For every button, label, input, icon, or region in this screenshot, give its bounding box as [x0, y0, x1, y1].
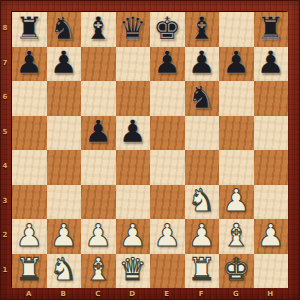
square-e1[interactable] — [150, 254, 185, 289]
square-g6[interactable] — [219, 81, 254, 116]
rank-label-2: 2 — [0, 218, 10, 253]
rank-label-6: 6 — [0, 80, 10, 115]
square-e5[interactable] — [150, 116, 185, 151]
chess-board-frame: ♜♞♝♛♚♝♜♟♟♟♟♟♟♞♟♟♞♟♟♟♟♟♟♟♝♟♜♞♝♛♜♚ 8765432… — [0, 0, 300, 300]
square-g4[interactable] — [219, 150, 254, 185]
piece-white-king: ♚ — [219, 254, 254, 289]
square-g5[interactable] — [219, 116, 254, 151]
piece-black-pawn: ♟ — [12, 47, 47, 82]
file-label-b: B — [46, 288, 81, 300]
file-label-c: C — [81, 288, 116, 300]
rank-label-8: 8 — [0, 11, 10, 46]
square-c3[interactable] — [81, 185, 116, 220]
square-e3[interactable] — [150, 185, 185, 220]
square-a1[interactable]: ♜ — [12, 254, 47, 289]
piece-white-pawn: ♟ — [81, 219, 116, 254]
square-d5[interactable]: ♟ — [116, 116, 151, 151]
square-f1[interactable]: ♜ — [185, 254, 220, 289]
rank-label-3: 3 — [0, 184, 10, 219]
square-a8[interactable]: ♜ — [12, 12, 47, 47]
rank-label-7: 7 — [0, 46, 10, 81]
square-d1[interactable]: ♛ — [116, 254, 151, 289]
square-h3[interactable] — [254, 185, 289, 220]
square-d3[interactable] — [116, 185, 151, 220]
square-d8[interactable]: ♛ — [116, 12, 151, 47]
piece-white-pawn: ♟ — [12, 219, 47, 254]
piece-black-knight: ♞ — [185, 81, 220, 116]
square-e6[interactable] — [150, 81, 185, 116]
file-label-d: D — [115, 288, 150, 300]
square-d2[interactable]: ♟ — [116, 219, 151, 254]
file-label-e: E — [150, 288, 185, 300]
square-f8[interactable]: ♝ — [185, 12, 220, 47]
square-c8[interactable]: ♝ — [81, 12, 116, 47]
piece-black-rook: ♜ — [12, 12, 47, 47]
piece-black-bishop: ♝ — [81, 12, 116, 47]
square-h7[interactable]: ♟ — [254, 47, 289, 82]
rank-label-4: 4 — [0, 149, 10, 184]
square-a5[interactable] — [12, 116, 47, 151]
rank-label-5: 5 — [0, 115, 10, 150]
piece-white-queen: ♛ — [116, 254, 151, 289]
square-a4[interactable] — [12, 150, 47, 185]
square-g1[interactable]: ♚ — [219, 254, 254, 289]
square-e8[interactable]: ♚ — [150, 12, 185, 47]
square-d7[interactable] — [116, 47, 151, 82]
square-c6[interactable] — [81, 81, 116, 116]
square-d4[interactable] — [116, 150, 151, 185]
piece-black-pawn: ♟ — [47, 47, 82, 82]
square-h2[interactable]: ♟ — [254, 219, 289, 254]
piece-black-queen: ♛ — [116, 12, 151, 47]
piece-white-knight: ♞ — [47, 254, 82, 289]
square-b2[interactable]: ♟ — [47, 219, 82, 254]
square-f2[interactable]: ♟ — [185, 219, 220, 254]
file-label-a: A — [12, 288, 47, 300]
square-b1[interactable]: ♞ — [47, 254, 82, 289]
square-f5[interactable] — [185, 116, 220, 151]
rank-label-1: 1 — [0, 253, 10, 288]
chess-board: ♜♞♝♛♚♝♜♟♟♟♟♟♟♞♟♟♞♟♟♟♟♟♟♟♝♟♜♞♝♛♜♚ — [11, 11, 287, 287]
piece-white-knight: ♞ — [185, 185, 220, 220]
piece-white-pawn: ♟ — [185, 219, 220, 254]
piece-white-bishop: ♝ — [81, 254, 116, 289]
piece-black-pawn: ♟ — [150, 47, 185, 82]
piece-black-knight: ♞ — [47, 12, 82, 47]
piece-black-pawn: ♟ — [254, 47, 289, 82]
square-a3[interactable] — [12, 185, 47, 220]
square-h1[interactable] — [254, 254, 289, 289]
piece-white-rook: ♜ — [12, 254, 47, 289]
square-e2[interactable]: ♟ — [150, 219, 185, 254]
piece-white-rook: ♜ — [185, 254, 220, 289]
piece-black-king: ♚ — [150, 12, 185, 47]
piece-black-pawn: ♟ — [81, 116, 116, 151]
square-g2[interactable]: ♝ — [219, 219, 254, 254]
piece-white-pawn: ♟ — [150, 219, 185, 254]
piece-black-pawn: ♟ — [185, 47, 220, 82]
square-f3[interactable]: ♞ — [185, 185, 220, 220]
file-label-h: H — [253, 288, 288, 300]
square-h4[interactable] — [254, 150, 289, 185]
piece-black-rook: ♜ — [254, 12, 289, 47]
file-label-g: G — [219, 288, 254, 300]
square-b4[interactable] — [47, 150, 82, 185]
square-d6[interactable] — [116, 81, 151, 116]
piece-white-pawn: ♟ — [116, 219, 151, 254]
square-b5[interactable] — [47, 116, 82, 151]
square-h5[interactable] — [254, 116, 289, 151]
square-b8[interactable]: ♞ — [47, 12, 82, 47]
square-c1[interactable]: ♝ — [81, 254, 116, 289]
square-e7[interactable]: ♟ — [150, 47, 185, 82]
piece-white-bishop: ♝ — [219, 219, 254, 254]
square-c2[interactable]: ♟ — [81, 219, 116, 254]
piece-black-pawn: ♟ — [219, 47, 254, 82]
square-g8[interactable] — [219, 12, 254, 47]
square-b7[interactable]: ♟ — [47, 47, 82, 82]
square-c4[interactable] — [81, 150, 116, 185]
square-a6[interactable] — [12, 81, 47, 116]
square-a2[interactable]: ♟ — [12, 219, 47, 254]
square-h8[interactable]: ♜ — [254, 12, 289, 47]
file-label-f: F — [184, 288, 219, 300]
square-c5[interactable]: ♟ — [81, 116, 116, 151]
square-g7[interactable]: ♟ — [219, 47, 254, 82]
piece-black-bishop: ♝ — [185, 12, 220, 47]
square-c7[interactable] — [81, 47, 116, 82]
piece-white-pawn: ♟ — [47, 219, 82, 254]
square-g3[interactable]: ♟ — [219, 185, 254, 220]
square-b6[interactable] — [47, 81, 82, 116]
piece-white-pawn: ♟ — [254, 219, 289, 254]
piece-black-pawn: ♟ — [116, 116, 151, 151]
square-b3[interactable] — [47, 185, 82, 220]
square-a7[interactable]: ♟ — [12, 47, 47, 82]
square-h6[interactable] — [254, 81, 289, 116]
square-f6[interactable]: ♞ — [185, 81, 220, 116]
square-e4[interactable] — [150, 150, 185, 185]
square-f4[interactable] — [185, 150, 220, 185]
square-f7[interactable]: ♟ — [185, 47, 220, 82]
piece-white-pawn: ♟ — [219, 185, 254, 220]
